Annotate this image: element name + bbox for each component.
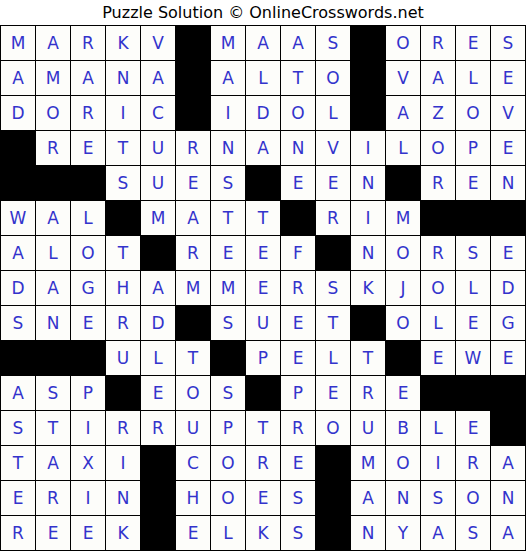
letter-cell: V bbox=[316, 131, 350, 165]
letter-cell: X bbox=[71, 446, 105, 480]
letter-cell: E bbox=[1, 481, 35, 515]
letter-cell: S bbox=[456, 516, 490, 550]
letter-cell: E bbox=[316, 166, 350, 200]
letter-cell: E bbox=[456, 166, 490, 200]
letter-cell: O bbox=[316, 411, 350, 445]
letter-cell: E bbox=[316, 376, 350, 410]
block-cell bbox=[386, 166, 420, 200]
letter-cell: E bbox=[246, 236, 280, 270]
letter-cell: A bbox=[36, 446, 70, 480]
letter-cell: E bbox=[71, 131, 105, 165]
letter-cell: W bbox=[1, 201, 35, 235]
letter-cell: O bbox=[211, 481, 245, 515]
letter-cell: U bbox=[141, 166, 175, 200]
block-cell bbox=[36, 341, 70, 375]
block-cell bbox=[491, 411, 525, 445]
letter-cell: R bbox=[281, 271, 315, 305]
letter-cell: H bbox=[106, 271, 140, 305]
letter-cell: D bbox=[141, 306, 175, 340]
letter-cell: E bbox=[246, 271, 280, 305]
letter-cell: D bbox=[1, 271, 35, 305]
letter-cell: E bbox=[386, 376, 420, 410]
letter-cell: A bbox=[36, 271, 70, 305]
letter-cell: L bbox=[211, 516, 245, 550]
letter-cell: L bbox=[316, 341, 350, 375]
letter-cell: R bbox=[421, 236, 455, 270]
letter-cell: H bbox=[176, 481, 210, 515]
letter-cell: T bbox=[316, 306, 350, 340]
letter-cell: A bbox=[491, 446, 525, 480]
letter-cell: L bbox=[386, 131, 420, 165]
block-cell bbox=[1, 166, 35, 200]
letter-cell: E bbox=[456, 411, 490, 445]
letter-cell: E bbox=[281, 166, 315, 200]
letter-cell: J bbox=[386, 271, 420, 305]
letter-cell: S bbox=[36, 376, 70, 410]
letter-cell: L bbox=[421, 411, 455, 445]
letter-cell: U bbox=[351, 411, 385, 445]
block-cell bbox=[106, 201, 140, 235]
letter-cell: S bbox=[456, 236, 490, 270]
letter-cell: R bbox=[71, 26, 105, 60]
letter-cell: K bbox=[106, 516, 140, 550]
letter-cell: S bbox=[281, 481, 315, 515]
block-cell bbox=[176, 61, 210, 95]
letter-cell: A bbox=[141, 61, 175, 95]
letter-cell: A bbox=[246, 131, 280, 165]
letter-cell: O bbox=[456, 96, 490, 130]
letter-cell: S bbox=[421, 481, 455, 515]
letter-cell: T bbox=[246, 201, 280, 235]
letter-cell: O bbox=[176, 376, 210, 410]
letter-cell: M bbox=[211, 271, 245, 305]
block-cell bbox=[316, 446, 350, 480]
letter-cell: P bbox=[281, 376, 315, 410]
letter-cell: E bbox=[211, 236, 245, 270]
letter-cell: L bbox=[456, 61, 490, 95]
block-cell bbox=[1, 341, 35, 375]
block-cell bbox=[316, 236, 350, 270]
letter-cell: R bbox=[36, 481, 70, 515]
letter-cell: A bbox=[281, 26, 315, 60]
letter-cell: N bbox=[351, 516, 385, 550]
letter-cell: I bbox=[106, 446, 140, 480]
letter-cell: L bbox=[36, 236, 70, 270]
letter-cell: M bbox=[386, 201, 420, 235]
letter-cell: A bbox=[421, 516, 455, 550]
block-cell bbox=[351, 306, 385, 340]
letter-cell: N bbox=[281, 131, 315, 165]
letter-cell: T bbox=[36, 411, 70, 445]
block-cell bbox=[141, 446, 175, 480]
block-cell bbox=[351, 96, 385, 130]
letter-cell: E bbox=[176, 166, 210, 200]
block-cell bbox=[141, 481, 175, 515]
letter-cell: K bbox=[106, 26, 140, 60]
letter-cell: Y bbox=[386, 516, 420, 550]
letter-cell: R bbox=[141, 411, 175, 445]
letter-cell: B bbox=[386, 411, 420, 445]
letter-cell: V bbox=[386, 61, 420, 95]
letter-cell: R bbox=[106, 306, 140, 340]
letter-cell: M bbox=[211, 26, 245, 60]
letter-cell: P bbox=[71, 376, 105, 410]
block-cell bbox=[71, 166, 105, 200]
letter-cell: E bbox=[71, 516, 105, 550]
letter-cell: O bbox=[386, 306, 420, 340]
letter-cell: S bbox=[491, 26, 525, 60]
letter-cell: O bbox=[421, 271, 455, 305]
letter-cell: R bbox=[421, 26, 455, 60]
block-cell bbox=[176, 26, 210, 60]
letter-cell: K bbox=[246, 516, 280, 550]
block-cell bbox=[176, 306, 210, 340]
letter-cell: S bbox=[316, 26, 350, 60]
letter-cell: E bbox=[176, 516, 210, 550]
letter-cell: I bbox=[106, 96, 140, 130]
letter-cell: T bbox=[176, 341, 210, 375]
letter-cell: F bbox=[281, 236, 315, 270]
letter-cell: E bbox=[71, 306, 105, 340]
block-cell bbox=[386, 341, 420, 375]
letter-cell: I bbox=[351, 201, 385, 235]
letter-cell: S bbox=[281, 516, 315, 550]
letter-cell: A bbox=[1, 236, 35, 270]
letter-cell: U bbox=[106, 341, 140, 375]
letter-cell: M bbox=[36, 61, 70, 95]
letter-cell: L bbox=[316, 96, 350, 130]
letter-cell: A bbox=[141, 271, 175, 305]
block-cell bbox=[36, 166, 70, 200]
crossword-grid: MARKVMAASORESAMANAALTOVALEDORICIDOLAZOVR… bbox=[0, 25, 526, 551]
letter-cell: T bbox=[106, 236, 140, 270]
block-cell bbox=[421, 201, 455, 235]
letter-cell: M bbox=[176, 271, 210, 305]
letter-cell: E bbox=[491, 61, 525, 95]
letter-cell: N bbox=[36, 306, 70, 340]
letter-cell: E bbox=[491, 236, 525, 270]
letter-cell: E bbox=[421, 341, 455, 375]
letter-cell: R bbox=[316, 201, 350, 235]
letter-cell: E bbox=[281, 341, 315, 375]
letter-cell: O bbox=[71, 236, 105, 270]
block-cell bbox=[491, 201, 525, 235]
letter-cell: Z bbox=[421, 96, 455, 130]
letter-cell: A bbox=[246, 26, 280, 60]
letter-cell: V bbox=[141, 26, 175, 60]
letter-cell: A bbox=[421, 61, 455, 95]
letter-cell: N bbox=[106, 481, 140, 515]
letter-cell: M bbox=[1, 26, 35, 60]
letter-cell: T bbox=[106, 131, 140, 165]
letter-cell: R bbox=[351, 376, 385, 410]
letter-cell: K bbox=[351, 271, 385, 305]
page-title: Puzzle Solution © OnlineCrosswords.net bbox=[0, 0, 526, 25]
block-cell bbox=[491, 376, 525, 410]
letter-cell: O bbox=[456, 481, 490, 515]
letter-cell: I bbox=[351, 131, 385, 165]
letter-cell: E bbox=[456, 26, 490, 60]
letter-cell: E bbox=[491, 341, 525, 375]
letter-cell: A bbox=[176, 201, 210, 235]
block-cell bbox=[351, 26, 385, 60]
letter-cell: G bbox=[71, 271, 105, 305]
letter-cell: R bbox=[176, 236, 210, 270]
letter-cell: S bbox=[211, 376, 245, 410]
block-cell bbox=[141, 516, 175, 550]
letter-cell: E bbox=[281, 446, 315, 480]
letter-cell: A bbox=[71, 61, 105, 95]
letter-cell: R bbox=[421, 166, 455, 200]
letter-cell: L bbox=[71, 201, 105, 235]
letter-cell: R bbox=[281, 411, 315, 445]
letter-cell: O bbox=[211, 446, 245, 480]
letter-cell: V bbox=[491, 96, 525, 130]
letter-cell: U bbox=[176, 411, 210, 445]
letter-cell: C bbox=[176, 446, 210, 480]
letter-cell: A bbox=[386, 96, 420, 130]
letter-cell: C bbox=[141, 96, 175, 130]
letter-cell: S bbox=[106, 166, 140, 200]
letter-cell: S bbox=[211, 166, 245, 200]
letter-cell: L bbox=[421, 306, 455, 340]
block-cell bbox=[246, 376, 280, 410]
letter-cell: I bbox=[421, 446, 455, 480]
block-cell bbox=[1, 131, 35, 165]
letter-cell: T bbox=[1, 446, 35, 480]
letter-cell: R bbox=[1, 516, 35, 550]
letter-cell: I bbox=[211, 96, 245, 130]
letter-cell: S bbox=[211, 306, 245, 340]
letter-cell: T bbox=[246, 411, 280, 445]
block-cell bbox=[316, 481, 350, 515]
letter-cell: M bbox=[351, 446, 385, 480]
letter-cell: T bbox=[281, 61, 315, 95]
letter-cell: A bbox=[491, 516, 525, 550]
letter-cell: L bbox=[246, 61, 280, 95]
letter-cell: N bbox=[351, 166, 385, 200]
letter-cell: O bbox=[421, 131, 455, 165]
block-cell bbox=[246, 166, 280, 200]
letter-cell: A bbox=[1, 376, 35, 410]
letter-cell: M bbox=[141, 201, 175, 235]
letter-cell: G bbox=[491, 306, 525, 340]
puzzle-solution-page: Puzzle Solution © OnlineCrosswords.net M… bbox=[0, 0, 526, 551]
block-cell bbox=[71, 341, 105, 375]
block-cell bbox=[106, 376, 140, 410]
block-cell bbox=[176, 96, 210, 130]
block-cell bbox=[281, 201, 315, 235]
block-cell bbox=[456, 376, 490, 410]
letter-cell: I bbox=[71, 481, 105, 515]
letter-cell: U bbox=[141, 131, 175, 165]
letter-cell: E bbox=[456, 306, 490, 340]
letter-cell: N bbox=[106, 61, 140, 95]
letter-cell: O bbox=[316, 61, 350, 95]
block-cell bbox=[316, 516, 350, 550]
letter-cell: R bbox=[36, 131, 70, 165]
letter-cell: D bbox=[246, 96, 280, 130]
letter-cell: O bbox=[386, 446, 420, 480]
letter-cell: A bbox=[351, 481, 385, 515]
letter-cell: E bbox=[141, 376, 175, 410]
letter-cell: A bbox=[36, 26, 70, 60]
letter-cell: I bbox=[71, 411, 105, 445]
letter-cell: S bbox=[316, 271, 350, 305]
letter-cell: O bbox=[386, 26, 420, 60]
letter-cell: A bbox=[36, 201, 70, 235]
letter-cell: N bbox=[211, 131, 245, 165]
letter-cell: P bbox=[211, 411, 245, 445]
letter-cell: N bbox=[491, 481, 525, 515]
letter-cell: D bbox=[1, 96, 35, 130]
letter-cell: S bbox=[1, 411, 35, 445]
letter-cell: S bbox=[1, 306, 35, 340]
letter-cell: R bbox=[71, 96, 105, 130]
letter-cell: N bbox=[491, 166, 525, 200]
block-cell bbox=[211, 341, 245, 375]
letter-cell: R bbox=[106, 411, 140, 445]
letter-cell: U bbox=[246, 306, 280, 340]
letter-cell: R bbox=[456, 446, 490, 480]
letter-cell: D bbox=[491, 271, 525, 305]
letter-cell: E bbox=[246, 481, 280, 515]
letter-cell: O bbox=[36, 96, 70, 130]
letter-cell: E bbox=[36, 516, 70, 550]
block-cell bbox=[351, 61, 385, 95]
letter-cell: N bbox=[386, 481, 420, 515]
letter-cell: A bbox=[1, 61, 35, 95]
letter-cell: R bbox=[176, 131, 210, 165]
block-cell bbox=[421, 376, 455, 410]
letter-cell: T bbox=[351, 341, 385, 375]
letter-cell: A bbox=[211, 61, 245, 95]
letter-cell: L bbox=[141, 341, 175, 375]
block-cell bbox=[141, 236, 175, 270]
letter-cell: T bbox=[211, 201, 245, 235]
letter-cell: P bbox=[456, 131, 490, 165]
letter-cell: N bbox=[351, 236, 385, 270]
letter-cell: W bbox=[456, 341, 490, 375]
block-cell bbox=[456, 201, 490, 235]
letter-cell: E bbox=[491, 131, 525, 165]
letter-cell: O bbox=[386, 236, 420, 270]
letter-cell: O bbox=[281, 96, 315, 130]
letter-cell: P bbox=[246, 341, 280, 375]
letter-cell: R bbox=[246, 446, 280, 480]
letter-cell: L bbox=[456, 271, 490, 305]
letter-cell: E bbox=[281, 306, 315, 340]
